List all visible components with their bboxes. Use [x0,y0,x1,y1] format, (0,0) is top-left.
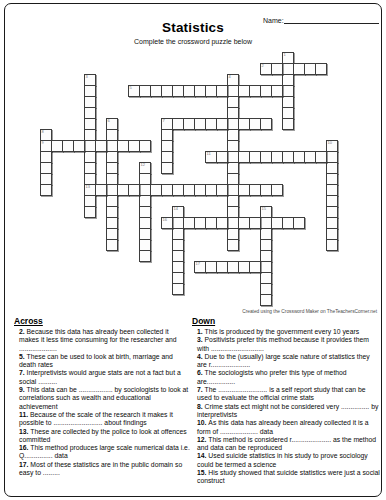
clue: 7. Interpretivists would argue stats are… [14,369,190,386]
clue: 6. The sociologists who prefer this type… [192,369,380,386]
clue: 3. Positivists prefer this method becaus… [192,336,380,353]
crossword-cell[interactable] [260,294,272,306]
crossword-cell[interactable] [95,184,107,196]
crossword-cell[interactable] [216,85,228,97]
cell-number: 1 [284,53,286,57]
clue: 8. Crime stats ect might not be consider… [192,403,380,420]
crossword-cell[interactable] [216,151,228,163]
crossword-cell[interactable] [271,85,283,97]
crossword-cell[interactable] [128,184,140,196]
clue: 16. This method produces large scale num… [14,444,190,461]
cell-number: 8 [42,130,44,134]
crossword-cell[interactable] [260,118,272,130]
clue: 4. Due to the (usually) large scale natu… [192,353,380,370]
cell-number: 10 [328,141,332,145]
crossword-cell[interactable] [271,184,283,196]
clue: 11. Because of the scale of the research… [14,411,190,428]
cell-number: 7 [163,119,165,123]
clue: 14. Used suicide statistics in his study… [192,452,380,469]
clue: 2. Because this data has already been co… [14,328,190,353]
crossword-cell[interactable] [172,283,184,295]
crossword-cell[interactable] [95,140,107,152]
crossword-cell[interactable] [271,63,283,75]
clue: 7. The .......................... is a s… [192,386,380,403]
cell-number: 15 [262,207,266,211]
crossword-cell[interactable] [326,239,338,251]
across-clues-column: Across 2. Because this data has already … [14,316,190,477]
cell-number: 12 [141,163,145,167]
page-subtitle: Complete the crossword puzzle below [0,38,386,45]
crossword-cell[interactable] [315,151,327,163]
crossword-cell[interactable] [216,217,228,229]
cell-number: 17 [196,262,200,266]
cell-number: 5 [130,86,132,90]
down-header: Down [192,316,380,326]
crossword-cell[interactable] [139,140,151,152]
crossword-cell[interactable] [84,206,96,218]
cell-number: 2 [262,64,264,68]
cell-number: 13 [86,185,90,189]
cell-number: 11 [207,152,211,156]
cell-number: 4 [229,75,231,79]
crossword-cell[interactable] [106,239,118,251]
cell-number: 6 [108,119,110,123]
across-clue-list: 2. Because this data has already been co… [14,328,190,477]
across-header: Across [14,316,190,326]
crossword-cell[interactable] [73,140,85,152]
clue: 12. This method is considered r.........… [192,436,380,453]
crossword-cell[interactable] [249,217,261,229]
crossword-cell[interactable] [139,250,151,262]
crossword-cell[interactable] [227,239,239,251]
cell-number: 14 [174,207,178,211]
crossword-cell[interactable] [216,118,228,130]
crossword-cell[interactable] [293,217,305,229]
down-clues-column: Down 1. This is produced by the governme… [192,316,380,486]
crossword-cell[interactable] [40,184,52,196]
cell-number: 16 [163,218,167,222]
crossword-cell[interactable] [161,162,173,174]
crossword-cell[interactable] [282,118,294,130]
cell-number: 3 [86,75,88,79]
clue: 17. Most of these statistics are in the … [14,461,190,478]
crossword-cell[interactable] [216,184,228,196]
cell-number: 9 [42,141,44,145]
crossword-cell[interactable] [315,63,327,75]
crossword-cell[interactable]: 16 [161,217,173,229]
clue: 15. His study showed that suicide statis… [192,469,380,486]
page-title: Statistics [0,20,386,35]
down-clue-list: 1. This is produced by the government ev… [192,328,380,486]
clue: 9. This data can be .................. b… [14,386,190,411]
clue: 10. As this data has already been alread… [192,419,380,436]
crossword-cell[interactable] [249,261,261,273]
worksheet-page: Name: Statistics Complete the crossword … [0,0,386,500]
clue: 5. These can be used to look at birth, m… [14,353,190,370]
crossword-grid: 1231345678910111214151617 [40,52,338,306]
clue: 1. This is produced by the government ev… [192,328,380,336]
clue: 13. These are collected by the police to… [14,428,190,445]
credit-line: Created using the Crossword Maker on The… [242,309,377,314]
